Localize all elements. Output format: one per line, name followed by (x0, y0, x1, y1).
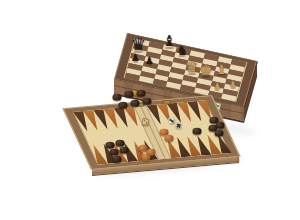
brass-hinge-icon (134, 103, 145, 107)
brass-latch-icon (131, 89, 142, 98)
product-photo: ♛♟♟♝♞♛♚♝♟♟ (0, 0, 300, 220)
backgammon-board (64, 96, 239, 169)
